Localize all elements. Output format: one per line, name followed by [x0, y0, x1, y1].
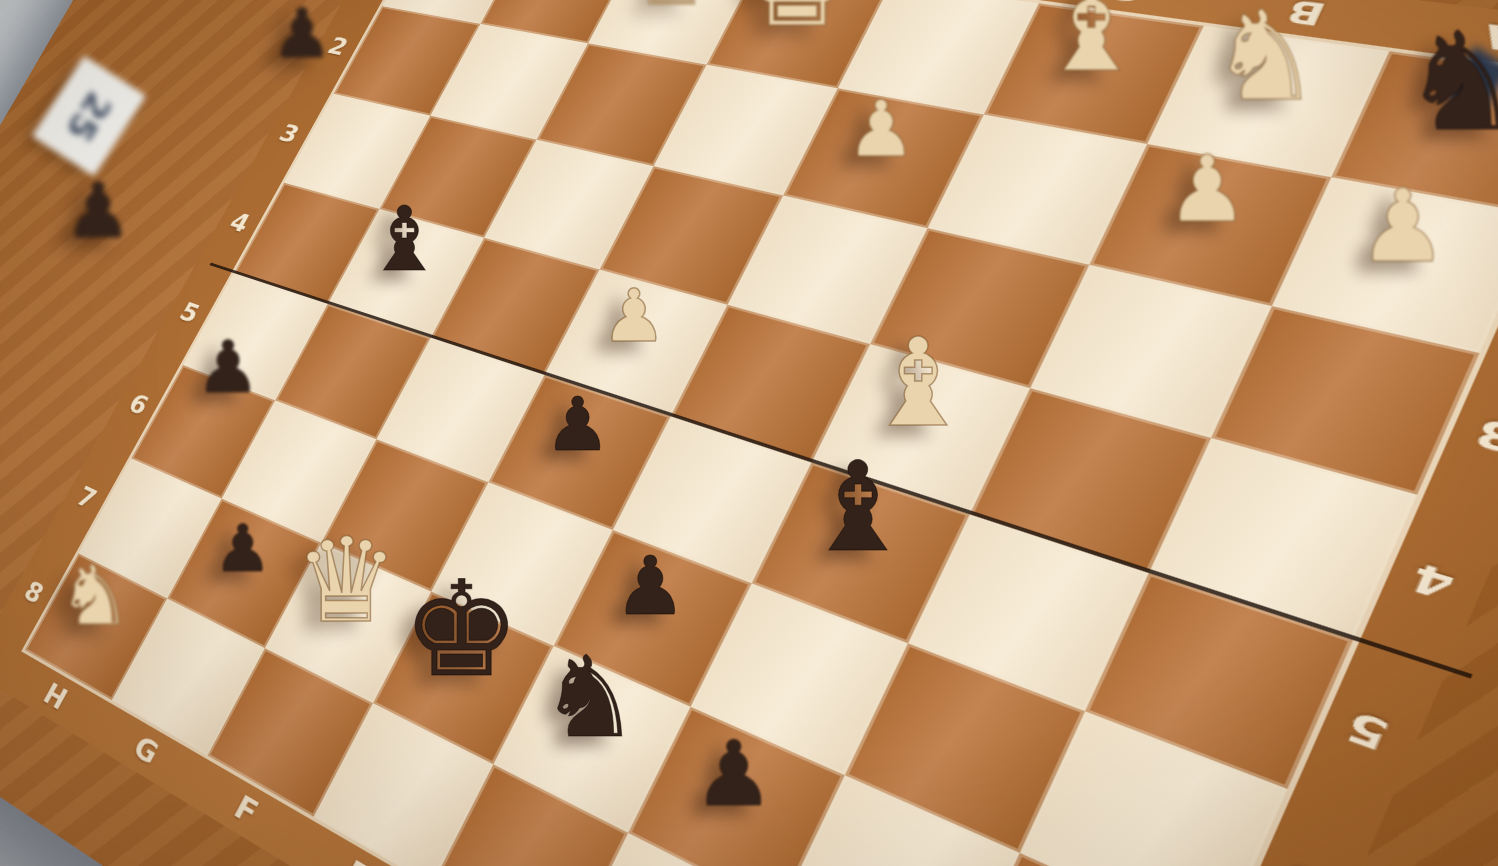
piece-white-bishop-c1[interactable]: ♝ [1038, 0, 1145, 89]
piece-black-pawn-d6[interactable]: ♟ [614, 547, 687, 628]
rank-label-left-6: 6 [124, 388, 154, 421]
table-number: 25 [58, 84, 120, 148]
piece-white-knight-h8[interactable]: ♞ [58, 554, 132, 637]
piece-white-pawn-e4[interactable]: ♟ [601, 279, 666, 352]
file-label-bottom-e: E [339, 852, 377, 866]
piece-black-bishop-c5[interactable]: ♝ [803, 444, 914, 568]
piece-white-queen-f7[interactable]: ♛ [294, 521, 399, 638]
file-label-bottom-f: F [229, 788, 264, 831]
rank-label-right-6: 6 [1272, 854, 1330, 866]
piece-black-pawn-g7[interactable]: ♟ [214, 516, 272, 581]
rank-label-right-4: 4 [1404, 554, 1462, 608]
rank-label-left-3: 3 [275, 119, 305, 148]
piece-white-pawn-a2[interactable]: ♟ [1357, 176, 1448, 277]
file-label-bottom-h: H [39, 676, 73, 716]
piece-white-bishop-c4[interactable]: ♝ [864, 323, 973, 445]
piece-black-pawn-e5[interactable]: ♟ [544, 387, 610, 461]
piece-white-knight-b1[interactable]: ♞ [1210, 0, 1321, 117]
rank-label-left-7: 7 [72, 480, 102, 514]
piece-black-knight-d7[interactable]: ♞ [539, 641, 639, 753]
piece-black-pawn-c7[interactable]: ♟ [693, 728, 774, 818]
captured-black-pawn[interactable]: ♟ [272, 0, 333, 68]
piece-black-knight-a1[interactable]: ♞ [1401, 14, 1498, 150]
rank-label-right-3: 3 [1468, 410, 1498, 461]
piece-black-bishop-g4[interactable]: ♝ [365, 196, 445, 285]
piece-white-pawn-b2[interactable]: ♟ [1166, 144, 1248, 236]
rank-label-right-5: 5 [1339, 702, 1397, 759]
captured-black-pawn[interactable]: ♟ [64, 173, 132, 249]
piece-white-pawn-d2[interactable]: ♟ [846, 90, 916, 168]
rank-label-left-4: 4 [225, 207, 255, 237]
captured-black-pawn[interactable]: ♟ [196, 331, 261, 403]
rank-label-left-5: 5 [175, 297, 205, 328]
rank-label-left-8: 8 [20, 574, 50, 609]
file-label-bottom-g: G [128, 729, 164, 771]
piece-black-king-e7[interactable]: ♚ [402, 563, 520, 695]
piece-white-rook-f1[interactable]: ♜ [635, 0, 708, 17]
piece-white-king-e1[interactable]: ♚ [741, 0, 852, 43]
